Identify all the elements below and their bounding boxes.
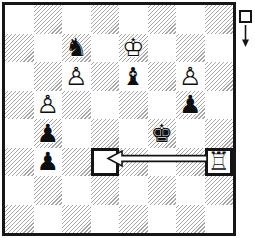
black-pawn-piece: ♟ <box>34 119 63 148</box>
white-pawn-piece: ♙ <box>62 62 91 91</box>
turn-indicator <box>238 8 255 52</box>
square-h8[interactable] <box>5 205 34 234</box>
square-a1[interactable] <box>205 5 234 34</box>
white-piece-fill: ♟ <box>62 62 91 91</box>
white-piece-fill: ♟ <box>34 91 63 120</box>
square-d2[interactable]: ♚♔ <box>119 34 148 63</box>
white-rook-piece: ♖ <box>205 148 234 177</box>
square-e5[interactable] <box>91 119 120 148</box>
black-knight-piece: ♞ <box>62 34 91 63</box>
square-e2[interactable] <box>91 34 120 63</box>
white-pawn-piece: ♙ <box>176 62 205 91</box>
square-b8[interactable] <box>176 205 205 234</box>
square-e7[interactable] <box>91 176 120 205</box>
square-f4[interactable] <box>62 91 91 120</box>
white-king-piece: ♔ <box>119 34 148 63</box>
square-h1[interactable] <box>5 5 34 34</box>
down-arrow-icon <box>238 25 253 49</box>
square-c5[interactable]: ♚ <box>148 119 177 148</box>
black-pawn-piece: ♟ <box>176 91 205 120</box>
square-f3[interactable]: ♟♙ <box>62 62 91 91</box>
square-c3[interactable] <box>148 62 177 91</box>
square-d7[interactable] <box>119 176 148 205</box>
square-c1[interactable] <box>148 5 177 34</box>
square-h3[interactable] <box>5 62 34 91</box>
square-d4[interactable] <box>119 91 148 120</box>
square-c8[interactable] <box>148 205 177 234</box>
square-g7[interactable] <box>34 176 63 205</box>
square-g1[interactable] <box>34 5 63 34</box>
white-piece-fill: ♚ <box>119 34 148 63</box>
white-piece-fill: ♜ <box>205 148 234 177</box>
square-c7[interactable] <box>148 176 177 205</box>
square-h7[interactable] <box>5 176 34 205</box>
square-e4[interactable] <box>91 91 120 120</box>
square-h2[interactable] <box>5 34 34 63</box>
square-d1[interactable] <box>119 5 148 34</box>
square-f7[interactable] <box>62 176 91 205</box>
square-a2[interactable] <box>205 34 234 63</box>
square-d5[interactable] <box>119 119 148 148</box>
white-to-move-square-icon <box>239 10 252 23</box>
white-pawn-piece: ♙ <box>34 91 63 120</box>
square-h6[interactable] <box>5 148 34 177</box>
black-bishop-piece: ♝ <box>119 62 148 91</box>
black-pawn-piece: ♟ <box>34 148 63 177</box>
black-king-piece: ♚ <box>148 119 177 148</box>
square-d8[interactable] <box>119 205 148 234</box>
square-f1[interactable] <box>62 5 91 34</box>
square-g2[interactable] <box>34 34 63 63</box>
square-f2[interactable]: ♞ <box>62 34 91 63</box>
square-a5[interactable] <box>205 119 234 148</box>
square-d6[interactable] <box>119 148 148 177</box>
square-h4[interactable] <box>5 91 34 120</box>
square-g5[interactable]: ♟ <box>34 119 63 148</box>
square-g3[interactable] <box>34 62 63 91</box>
square-g8[interactable] <box>34 205 63 234</box>
square-b3[interactable]: ♟♙ <box>176 62 205 91</box>
square-a6[interactable]: ♜♖ <box>205 148 234 177</box>
square-f8[interactable] <box>62 205 91 234</box>
square-d3[interactable]: ♝ <box>119 62 148 91</box>
square-b1[interactable] <box>176 5 205 34</box>
square-b2[interactable] <box>176 34 205 63</box>
square-a4[interactable] <box>205 91 234 120</box>
square-h5[interactable] <box>5 119 34 148</box>
square-c6[interactable] <box>148 148 177 177</box>
square-e8[interactable] <box>91 205 120 234</box>
square-f6[interactable] <box>62 148 91 177</box>
square-g4[interactable]: ♟♙ <box>34 91 63 120</box>
chess-diagram: ♞♚♔♟♙♝♟♙♟♙♟♟♚♟♜♖ <box>0 0 255 238</box>
square-c4[interactable] <box>148 91 177 120</box>
square-a8[interactable] <box>205 205 234 234</box>
square-a7[interactable] <box>205 176 234 205</box>
square-a3[interactable] <box>205 62 234 91</box>
square-b7[interactable] <box>176 176 205 205</box>
square-f5[interactable] <box>62 119 91 148</box>
square-e1[interactable] <box>91 5 120 34</box>
square-e6[interactable] <box>91 148 120 177</box>
square-b4[interactable]: ♟ <box>176 91 205 120</box>
square-b5[interactable] <box>176 119 205 148</box>
chess-board: ♞♚♔♟♙♝♟♙♟♙♟♟♚♟♜♖ <box>2 2 236 236</box>
square-g6[interactable]: ♟ <box>34 148 63 177</box>
square-b6[interactable] <box>176 148 205 177</box>
square-c2[interactable] <box>148 34 177 63</box>
white-piece-fill: ♟ <box>176 62 205 91</box>
square-e3[interactable] <box>91 62 120 91</box>
